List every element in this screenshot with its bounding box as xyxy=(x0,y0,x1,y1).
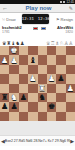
next-move-icon[interactable]: ▶ xyxy=(70,138,74,144)
square[interactable] xyxy=(56,46,65,55)
russia-flag-icon xyxy=(41,27,46,30)
square[interactable] xyxy=(19,112,28,121)
back-icon[interactable]: ← xyxy=(2,4,8,12)
white-piece: ♞ xyxy=(10,93,17,102)
white-piece: ♚ xyxy=(10,46,17,55)
square[interactable]: ♞ xyxy=(9,93,18,102)
square[interactable] xyxy=(19,84,28,93)
black-piece: ♟ xyxy=(1,102,8,111)
battery-icon xyxy=(63,1,65,3)
black-player-rating: 1820 xyxy=(65,30,73,34)
square[interactable] xyxy=(47,46,56,55)
black-piece: ♟ xyxy=(20,93,27,102)
square[interactable] xyxy=(56,93,65,102)
draw-icon: ½ xyxy=(2,17,5,22)
square[interactable]: ♟ xyxy=(66,84,75,93)
white-piece: ♟ xyxy=(10,56,17,65)
square[interactable]: ♝ xyxy=(28,55,37,64)
black-piece: ♟ xyxy=(57,74,64,83)
square[interactable] xyxy=(28,84,37,93)
black-piece: ♜ xyxy=(1,93,8,102)
square[interactable] xyxy=(19,55,28,64)
black-player[interactable]: AlexWitt 1820 xyxy=(57,25,73,34)
square[interactable] xyxy=(0,65,9,74)
square[interactable] xyxy=(28,102,37,111)
black-piece: ♚ xyxy=(48,102,55,111)
page-title: Play now xyxy=(25,4,51,12)
resign-label: Resign xyxy=(61,17,73,22)
square[interactable] xyxy=(66,46,75,55)
players-row: kschmidt2 1781 AlexWitt 1820 xyxy=(0,25,75,34)
square[interactable] xyxy=(38,55,47,64)
germany-flag-icon xyxy=(33,27,38,30)
square[interactable] xyxy=(56,55,65,64)
square[interactable]: ♟ xyxy=(19,93,28,102)
square[interactable] xyxy=(9,112,18,121)
square[interactable] xyxy=(47,55,56,64)
resign-button[interactable]: ⚑ Resign xyxy=(56,17,73,22)
square[interactable]: ♟ xyxy=(28,74,37,83)
square[interactable] xyxy=(28,112,37,121)
square[interactable] xyxy=(66,102,75,111)
player-flags xyxy=(33,27,46,30)
square[interactable] xyxy=(56,65,65,74)
square[interactable] xyxy=(38,74,47,83)
square[interactable] xyxy=(28,93,37,102)
square[interactable]: ♟ xyxy=(0,102,9,111)
signal-icon xyxy=(60,1,62,3)
move-list[interactable]: Bxe2 27.Rd5 Nd6 28.Ne7+ Kc7 29.Ng6 Rh6 xyxy=(5,139,70,143)
white-piece: ♟ xyxy=(67,84,74,93)
square[interactable] xyxy=(47,93,56,102)
chess-board: ♚♟♟♝♟♟♟♜♟♜♞♟♞♟♟♚ xyxy=(0,46,75,121)
draw-label: Draw xyxy=(6,17,15,22)
square[interactable] xyxy=(28,46,37,55)
square[interactable] xyxy=(47,84,56,93)
square[interactable] xyxy=(0,112,9,121)
square[interactable] xyxy=(47,65,56,74)
board-bottom-gap xyxy=(0,121,75,135)
square[interactable] xyxy=(0,74,9,83)
square[interactable]: ♞ xyxy=(38,93,47,102)
white-piece: ♟ xyxy=(48,74,55,83)
square[interactable] xyxy=(38,46,47,55)
edit-icon[interactable]: ✎ xyxy=(69,4,73,12)
square[interactable]: ♟ xyxy=(9,55,18,64)
app-bar: ← Play now ✎ xyxy=(0,4,75,13)
square[interactable]: ♟ xyxy=(0,55,9,64)
square[interactable] xyxy=(19,74,28,83)
black-piece: ♝ xyxy=(29,56,36,65)
square[interactable] xyxy=(38,102,47,111)
square[interactable] xyxy=(56,84,65,93)
square[interactable] xyxy=(9,65,18,74)
square[interactable] xyxy=(56,112,65,121)
square[interactable]: ♟ xyxy=(47,74,56,83)
square[interactable] xyxy=(9,74,18,83)
square[interactable]: ♟ xyxy=(9,102,18,111)
draw-button[interactable]: ½ Draw xyxy=(2,17,16,22)
square[interactable] xyxy=(66,74,75,83)
square[interactable] xyxy=(66,112,75,121)
square[interactable]: ♟ xyxy=(56,74,65,83)
square[interactable] xyxy=(0,46,9,55)
square[interactable]: ♚ xyxy=(47,102,56,111)
square[interactable]: ♚ xyxy=(9,46,18,55)
footer-space xyxy=(0,146,75,150)
black-piece: ♞ xyxy=(39,93,46,102)
square[interactable]: ♜ xyxy=(0,93,9,102)
white-player[interactable]: kschmidt2 1781 xyxy=(2,25,22,34)
resign-icon: ⚑ xyxy=(56,17,60,22)
game-controls: ½ Draw 12:31 12:36 ⚑ Resign xyxy=(0,13,75,25)
move-strip: ◀ Bxe2 27.Rd5 Nd6 28.Ne7+ Kc7 29.Ng6 Rh6… xyxy=(0,135,75,146)
square[interactable] xyxy=(19,65,28,74)
white-piece: ♟ xyxy=(1,56,8,65)
square[interactable] xyxy=(38,112,47,121)
black-piece: ♟ xyxy=(10,102,17,111)
square[interactable] xyxy=(19,102,28,111)
square[interactable] xyxy=(47,112,56,121)
square[interactable] xyxy=(38,65,47,74)
white-player-rating: 1781 xyxy=(2,30,22,34)
square[interactable] xyxy=(19,46,28,55)
square[interactable] xyxy=(66,93,75,102)
white-piece: ♜ xyxy=(39,84,46,93)
white-time: 12:31 xyxy=(22,14,34,24)
square[interactable]: ♜ xyxy=(38,84,47,93)
white-piece: ♟ xyxy=(29,74,36,83)
square[interactable] xyxy=(0,84,9,93)
square[interactable] xyxy=(28,65,37,74)
square[interactable] xyxy=(66,55,75,64)
game-clock: 12:31 12:36 xyxy=(22,14,49,24)
square[interactable] xyxy=(56,102,65,111)
square[interactable] xyxy=(66,65,75,74)
black-time: 12:36 xyxy=(38,14,50,24)
square[interactable] xyxy=(9,84,18,93)
